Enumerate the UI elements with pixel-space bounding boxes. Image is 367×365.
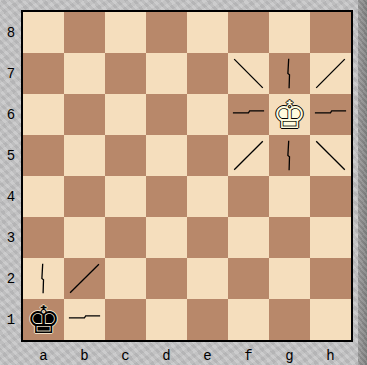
square-e7[interactable] (187, 53, 228, 94)
square-c4[interactable] (105, 176, 146, 217)
square-f7[interactable] (228, 53, 269, 94)
board-squares-grid: ♚♚ (23, 12, 351, 340)
square-b8[interactable] (64, 12, 105, 53)
square-c8[interactable] (105, 12, 146, 53)
square-d5[interactable] (146, 135, 187, 176)
file-label-c: c (116, 347, 136, 365)
square-e8[interactable] (187, 12, 228, 53)
square-b2[interactable] (64, 258, 105, 299)
file-label-a: a (34, 347, 54, 365)
file-label-e: e (198, 347, 218, 365)
square-f2[interactable] (228, 258, 269, 299)
rank-label-8: 8 (2, 24, 20, 42)
square-a4[interactable] (23, 176, 64, 217)
square-c5[interactable] (105, 135, 146, 176)
square-a5[interactable] (23, 135, 64, 176)
square-e3[interactable] (187, 217, 228, 258)
rank-label-5: 5 (2, 147, 20, 165)
square-f6[interactable] (228, 94, 269, 135)
square-c6[interactable] (105, 94, 146, 135)
chess-board: ♚♚ (21, 10, 353, 342)
rank-label-3: 3 (2, 229, 20, 247)
square-c1[interactable] (105, 299, 146, 340)
square-e5[interactable] (187, 135, 228, 176)
white-king[interactable]: ♚ (269, 94, 310, 135)
square-h3[interactable] (310, 217, 351, 258)
file-label-g: g (280, 347, 300, 365)
square-g4[interactable] (269, 176, 310, 217)
file-label-b: b (75, 347, 95, 365)
square-c3[interactable] (105, 217, 146, 258)
square-h6[interactable] (310, 94, 351, 135)
square-g1[interactable] (269, 299, 310, 340)
rank-label-1: 1 (2, 311, 20, 329)
black-king[interactable]: ♚ (23, 299, 64, 340)
square-b6[interactable] (64, 94, 105, 135)
square-b5[interactable] (64, 135, 105, 176)
square-g2[interactable] (269, 258, 310, 299)
square-g3[interactable] (269, 217, 310, 258)
square-c2[interactable] (105, 258, 146, 299)
square-h7[interactable] (310, 53, 351, 94)
square-f3[interactable] (228, 217, 269, 258)
square-d6[interactable] (146, 94, 187, 135)
square-f8[interactable] (228, 12, 269, 53)
square-g6[interactable]: ♚ (269, 94, 310, 135)
square-h5[interactable] (310, 135, 351, 176)
square-g8[interactable] (269, 12, 310, 53)
square-d1[interactable] (146, 299, 187, 340)
chess-app-window: ♚♚ 8 7 6 5 4 3 2 1 a b c d e f g h (0, 0, 367, 365)
square-b7[interactable] (64, 53, 105, 94)
square-h2[interactable] (310, 258, 351, 299)
window-edge-shadow (358, 0, 367, 365)
square-d4[interactable] (146, 176, 187, 217)
square-a3[interactable] (23, 217, 64, 258)
file-label-d: d (157, 347, 177, 365)
square-e2[interactable] (187, 258, 228, 299)
rank-label-7: 7 (2, 65, 20, 83)
rank-label-2: 2 (2, 270, 20, 288)
square-d7[interactable] (146, 53, 187, 94)
square-g7[interactable] (269, 53, 310, 94)
square-e1[interactable] (187, 299, 228, 340)
square-a8[interactable] (23, 12, 64, 53)
rank-label-4: 4 (2, 188, 20, 206)
square-a6[interactable] (23, 94, 64, 135)
square-d2[interactable] (146, 258, 187, 299)
square-e6[interactable] (187, 94, 228, 135)
square-a2[interactable] (23, 258, 64, 299)
file-label-h: h (321, 347, 341, 365)
square-b4[interactable] (64, 176, 105, 217)
square-d8[interactable] (146, 12, 187, 53)
square-f5[interactable] (228, 135, 269, 176)
square-h4[interactable] (310, 176, 351, 217)
square-e4[interactable] (187, 176, 228, 217)
square-h8[interactable] (310, 12, 351, 53)
square-f4[interactable] (228, 176, 269, 217)
square-c7[interactable] (105, 53, 146, 94)
square-b3[interactable] (64, 217, 105, 258)
square-f1[interactable] (228, 299, 269, 340)
rank-label-6: 6 (2, 106, 20, 124)
square-a1[interactable]: ♚ (23, 299, 64, 340)
square-g5[interactable] (269, 135, 310, 176)
square-a7[interactable] (23, 53, 64, 94)
square-d3[interactable] (146, 217, 187, 258)
square-b1[interactable] (64, 299, 105, 340)
square-h1[interactable] (310, 299, 351, 340)
file-label-f: f (239, 347, 259, 365)
